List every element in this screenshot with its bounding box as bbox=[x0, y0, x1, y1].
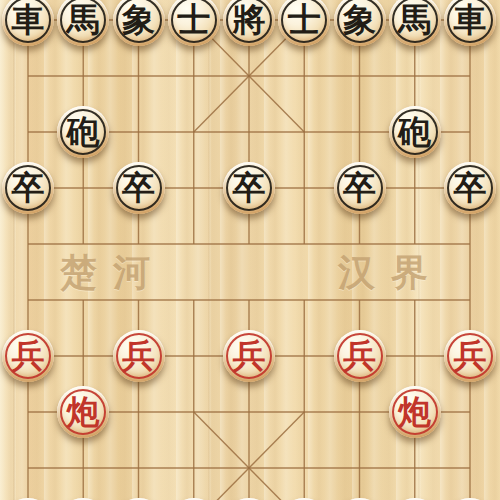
board-point: 相 bbox=[111, 496, 166, 500]
piece-black-elephant[interactable]: 象 bbox=[113, 0, 165, 46]
board-point: 相 bbox=[332, 496, 387, 500]
piece-glyph: 士 bbox=[288, 0, 321, 46]
pieces-layer: 車馬象士將士象馬車砲砲卒卒卒卒卒兵兵兵兵兵炮炮車馬相仕帥仕相馬車 bbox=[0, 0, 497, 500]
board-point: 炮 bbox=[56, 384, 111, 440]
piece-red-soldier[interactable]: 兵 bbox=[444, 330, 496, 382]
piece-glyph: 士 bbox=[177, 0, 210, 46]
piece-glyph: 馬 bbox=[67, 0, 100, 46]
piece-glyph: 馬 bbox=[398, 0, 431, 46]
board-point: 車 bbox=[442, 496, 497, 500]
board-point: 卒 bbox=[442, 160, 497, 216]
piece-glyph: 將 bbox=[233, 0, 266, 46]
piece-black-cannon[interactable]: 砲 bbox=[57, 106, 109, 158]
board-point: 卒 bbox=[0, 160, 55, 216]
piece-black-soldier[interactable]: 卒 bbox=[444, 162, 496, 214]
piece-black-advisor[interactable]: 士 bbox=[278, 0, 330, 46]
board-point: 馬 bbox=[387, 496, 442, 500]
piece-black-chariot[interactable]: 車 bbox=[444, 0, 496, 46]
piece-black-advisor[interactable]: 士 bbox=[168, 0, 220, 46]
piece-red-soldier[interactable]: 兵 bbox=[2, 330, 54, 382]
piece-glyph: 砲 bbox=[67, 106, 100, 158]
piece-black-soldier[interactable]: 卒 bbox=[113, 162, 165, 214]
board-point: 兵 bbox=[111, 328, 166, 384]
piece-black-chariot[interactable]: 車 bbox=[2, 0, 54, 46]
piece-red-cannon[interactable]: 炮 bbox=[389, 386, 441, 438]
piece-glyph: 兵 bbox=[12, 330, 45, 382]
board-point: 砲 bbox=[56, 104, 111, 160]
board-point: 卒 bbox=[221, 160, 276, 216]
board-point: 士 bbox=[277, 0, 332, 48]
piece-red-soldier[interactable]: 兵 bbox=[113, 330, 165, 382]
piece-glyph: 炮 bbox=[398, 386, 431, 438]
board-point: 兵 bbox=[221, 328, 276, 384]
piece-glyph: 炮 bbox=[67, 386, 100, 438]
piece-red-soldier[interactable]: 兵 bbox=[334, 330, 386, 382]
board-point: 象 bbox=[332, 0, 387, 48]
piece-glyph: 兵 bbox=[454, 330, 487, 382]
board-point: 象 bbox=[111, 0, 166, 48]
board-point: 仕 bbox=[166, 496, 221, 500]
piece-black-horse[interactable]: 馬 bbox=[57, 0, 109, 46]
board-point: 車 bbox=[0, 0, 55, 48]
piece-glyph: 象 bbox=[122, 0, 155, 46]
piece-black-elephant[interactable]: 象 bbox=[334, 0, 386, 46]
piece-glyph: 砲 bbox=[398, 106, 431, 158]
piece-glyph: 卒 bbox=[122, 162, 155, 214]
piece-glyph: 卒 bbox=[12, 162, 45, 214]
piece-black-soldier[interactable]: 卒 bbox=[223, 162, 275, 214]
board-point: 馬 bbox=[56, 496, 111, 500]
board-point: 車 bbox=[442, 0, 497, 48]
xiangqi-board[interactable]: 楚河 汉界 車馬象士將士象馬車砲砲卒卒卒卒卒兵兵兵兵兵炮炮車馬相仕帥仕相馬車 bbox=[0, 0, 500, 500]
board-point: 車 bbox=[0, 496, 55, 500]
board-point: 炮 bbox=[387, 384, 442, 440]
piece-black-horse[interactable]: 馬 bbox=[389, 0, 441, 46]
piece-black-soldier[interactable]: 卒 bbox=[2, 162, 54, 214]
board-point: 砲 bbox=[387, 104, 442, 160]
board-point: 兵 bbox=[332, 328, 387, 384]
board-point: 兵 bbox=[0, 328, 55, 384]
board-point: 兵 bbox=[442, 328, 497, 384]
piece-black-cannon[interactable]: 砲 bbox=[389, 106, 441, 158]
piece-glyph: 車 bbox=[12, 0, 45, 46]
board-point: 將 bbox=[221, 0, 276, 48]
piece-black-general[interactable]: 將 bbox=[223, 0, 275, 46]
board-point: 士 bbox=[166, 0, 221, 48]
piece-red-soldier[interactable]: 兵 bbox=[223, 330, 275, 382]
piece-glyph: 卒 bbox=[233, 162, 266, 214]
piece-glyph: 車 bbox=[454, 0, 487, 46]
piece-glyph: 兵 bbox=[343, 330, 376, 382]
board-point: 卒 bbox=[111, 160, 166, 216]
piece-glyph: 卒 bbox=[454, 162, 487, 214]
piece-red-cannon[interactable]: 炮 bbox=[57, 386, 109, 438]
piece-glyph: 兵 bbox=[233, 330, 266, 382]
piece-black-soldier[interactable]: 卒 bbox=[334, 162, 386, 214]
board-point: 卒 bbox=[332, 160, 387, 216]
board-point: 馬 bbox=[387, 0, 442, 48]
piece-glyph: 卒 bbox=[343, 162, 376, 214]
board-point: 馬 bbox=[56, 0, 111, 48]
board-point: 仕 bbox=[277, 496, 332, 500]
board-point: 帥 bbox=[221, 496, 276, 500]
piece-glyph: 兵 bbox=[122, 330, 155, 382]
piece-glyph: 象 bbox=[343, 0, 376, 46]
